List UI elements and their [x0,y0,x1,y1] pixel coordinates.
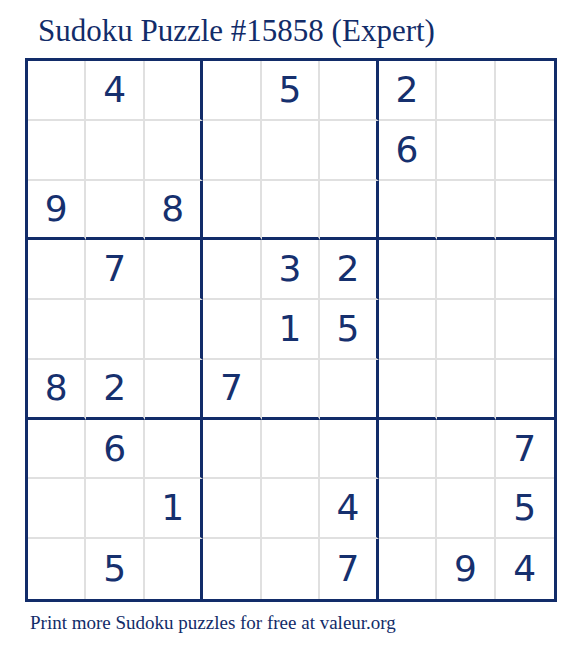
cell-r1c7[interactable]: 2 [379,61,437,121]
cell-r3c4[interactable] [203,181,261,241]
cell-r5c1[interactable] [28,300,86,360]
cell-r3c7[interactable] [379,181,437,241]
cell-r1c8[interactable] [437,61,495,121]
cell-r4c1[interactable] [28,240,86,300]
cell-r6c3[interactable] [145,360,203,420]
cell-r4c8[interactable] [437,240,495,300]
cell-r2c3[interactable] [145,121,203,181]
cell-r1c9[interactable] [496,61,554,121]
cell-r7c5[interactable] [262,420,320,480]
cell-r5c7[interactable] [379,300,437,360]
cell-r4c4[interactable] [203,240,261,300]
cell-r6c7[interactable] [379,360,437,420]
cell-r9c9[interactable]: 4 [496,539,554,599]
cell-r8c9[interactable]: 5 [496,479,554,539]
cell-r7c2[interactable]: 6 [86,420,144,480]
cell-r4c9[interactable] [496,240,554,300]
cell-r5c6[interactable]: 5 [320,300,378,360]
cell-r2c1[interactable] [28,121,86,181]
cell-r9c3[interactable] [145,539,203,599]
cell-r7c8[interactable] [437,420,495,480]
cell-r2c8[interactable] [437,121,495,181]
cell-r8c8[interactable] [437,479,495,539]
cell-r1c6[interactable] [320,61,378,121]
cell-r1c5[interactable]: 5 [262,61,320,121]
cell-r4c2[interactable]: 7 [86,240,144,300]
cell-r4c6[interactable]: 2 [320,240,378,300]
cell-r2c2[interactable] [86,121,144,181]
cell-r8c2[interactable] [86,479,144,539]
cell-r2c5[interactable] [262,121,320,181]
cell-r6c4[interactable]: 7 [203,360,261,420]
cell-r7c1[interactable] [28,420,86,480]
cell-r5c3[interactable] [145,300,203,360]
cell-r9c2[interactable]: 5 [86,539,144,599]
cell-r2c9[interactable] [496,121,554,181]
cell-r1c2[interactable]: 4 [86,61,144,121]
cell-r2c7[interactable]: 6 [379,121,437,181]
cell-r7c4[interactable] [203,420,261,480]
cell-r6c1[interactable]: 8 [28,360,86,420]
cell-r9c1[interactable] [28,539,86,599]
cell-r9c5[interactable] [262,539,320,599]
cell-r4c3[interactable] [145,240,203,300]
cell-r7c6[interactable] [320,420,378,480]
cell-r1c1[interactable] [28,61,86,121]
cell-r8c1[interactable] [28,479,86,539]
cell-r5c5[interactable]: 1 [262,300,320,360]
cell-r9c6[interactable]: 7 [320,539,378,599]
cell-r8c5[interactable] [262,479,320,539]
sudoku-board: 45269873215827671455794 [25,58,557,602]
cell-r3c5[interactable] [262,181,320,241]
cell-r9c4[interactable] [203,539,261,599]
cell-r5c8[interactable] [437,300,495,360]
cell-r9c7[interactable] [379,539,437,599]
cell-r1c3[interactable] [145,61,203,121]
cell-r3c1[interactable]: 9 [28,181,86,241]
cell-r6c8[interactable] [437,360,495,420]
cell-r7c3[interactable] [145,420,203,480]
cell-r5c4[interactable] [203,300,261,360]
cell-r4c7[interactable] [379,240,437,300]
cell-r7c9[interactable]: 7 [496,420,554,480]
cell-r6c2[interactable]: 2 [86,360,144,420]
cell-r3c2[interactable] [86,181,144,241]
cell-r2c4[interactable] [203,121,261,181]
cell-r3c9[interactable] [496,181,554,241]
cell-r6c6[interactable] [320,360,378,420]
cell-r7c7[interactable] [379,420,437,480]
cell-r5c2[interactable] [86,300,144,360]
cell-r3c6[interactable] [320,181,378,241]
cell-r2c6[interactable] [320,121,378,181]
cell-r1c4[interactable] [203,61,261,121]
cell-r9c8[interactable]: 9 [437,539,495,599]
cell-r4c5[interactable]: 3 [262,240,320,300]
cell-r5c9[interactable] [496,300,554,360]
cell-r8c6[interactable]: 4 [320,479,378,539]
cell-r8c7[interactable] [379,479,437,539]
cell-r6c5[interactable] [262,360,320,420]
page-title: Sudoku Puzzle #15858 (Expert) [38,15,435,46]
cell-r8c3[interactable]: 1 [145,479,203,539]
cell-r8c4[interactable] [203,479,261,539]
footer-text: Print more Sudoku puzzles for free at va… [30,613,396,632]
cell-r3c3[interactable]: 8 [145,181,203,241]
cell-r6c9[interactable] [496,360,554,420]
cell-r3c8[interactable] [437,181,495,241]
